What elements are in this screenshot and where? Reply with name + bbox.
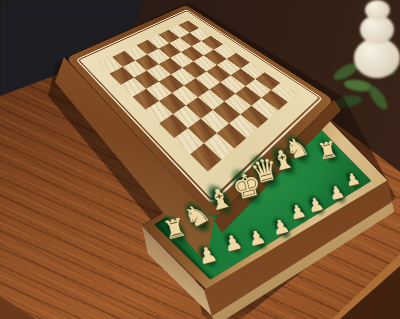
gourd-top-icon xyxy=(365,0,390,20)
scene: ♜♞♝♚♛♝♞♜♟♟♟♟♟♟♟♟ xyxy=(0,0,400,319)
leaf-icon xyxy=(365,83,390,112)
gourd-bottom-icon xyxy=(354,38,400,78)
